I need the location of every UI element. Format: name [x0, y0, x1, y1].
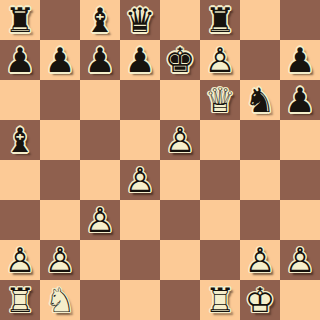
white-pawn-outline-icon: ♙	[80, 200, 120, 240]
black-pawn-icon: ♟	[80, 40, 120, 80]
square-e6[interactable]	[160, 80, 200, 120]
black-pawn-piece[interactable]: ♟	[40, 40, 80, 80]
white-pawn-piece[interactable]: ♟♙	[160, 120, 200, 160]
square-h7[interactable]: ♟	[280, 40, 320, 80]
black-pawn-piece[interactable]: ♟	[120, 40, 160, 80]
square-f8[interactable]: ♜	[200, 0, 240, 40]
square-a2[interactable]: ♟♙	[0, 240, 40, 280]
square-a4[interactable]	[0, 160, 40, 200]
black-knight-icon: ♞	[240, 80, 280, 120]
square-g8[interactable]	[240, 0, 280, 40]
square-e7[interactable]: ♚	[160, 40, 200, 80]
square-c6[interactable]	[80, 80, 120, 120]
square-b7[interactable]: ♟	[40, 40, 80, 80]
square-g2[interactable]: ♟♙	[240, 240, 280, 280]
square-a3[interactable]	[0, 200, 40, 240]
square-f7[interactable]: ♟♙	[200, 40, 240, 80]
square-a5[interactable]: ♝	[0, 120, 40, 160]
square-f2[interactable]	[200, 240, 240, 280]
square-c4[interactable]	[80, 160, 120, 200]
square-g5[interactable]	[240, 120, 280, 160]
black-queen-icon: ♛	[120, 0, 160, 40]
white-queen-piece[interactable]: ♛♕	[200, 80, 240, 120]
square-c7[interactable]: ♟	[80, 40, 120, 80]
white-pawn-outline-icon: ♙	[280, 240, 320, 280]
white-pawn-outline-icon: ♙	[120, 160, 160, 200]
black-king-piece[interactable]: ♚	[160, 40, 200, 80]
square-b2[interactable]: ♟♙	[40, 240, 80, 280]
white-pawn-piece[interactable]: ♟♙	[280, 240, 320, 280]
square-e1[interactable]	[160, 280, 200, 320]
square-b3[interactable]	[40, 200, 80, 240]
square-d1[interactable]	[120, 280, 160, 320]
square-g4[interactable]	[240, 160, 280, 200]
square-h5[interactable]	[280, 120, 320, 160]
black-king-icon: ♚	[160, 40, 200, 80]
white-rook-piece[interactable]: ♜♖	[0, 280, 40, 320]
square-c2[interactable]	[80, 240, 120, 280]
white-pawn-piece[interactable]: ♟♙	[200, 40, 240, 80]
square-a1[interactable]: ♜♖	[0, 280, 40, 320]
square-a8[interactable]: ♜	[0, 0, 40, 40]
square-h8[interactable]	[280, 0, 320, 40]
black-queen-piece[interactable]: ♛	[120, 0, 160, 40]
white-pawn-piece[interactable]: ♟♙	[40, 240, 80, 280]
square-h6[interactable]: ♟	[280, 80, 320, 120]
white-rook-outline-icon: ♖	[200, 280, 240, 320]
square-d8[interactable]: ♛	[120, 0, 160, 40]
white-pawn-piece[interactable]: ♟♙	[240, 240, 280, 280]
white-pawn-piece[interactable]: ♟♙	[80, 200, 120, 240]
white-pawn-outline-icon: ♙	[200, 40, 240, 80]
square-f4[interactable]	[200, 160, 240, 200]
white-pawn-outline-icon: ♙	[160, 120, 200, 160]
black-knight-piece[interactable]: ♞	[240, 80, 280, 120]
black-bishop-piece[interactable]: ♝	[80, 0, 120, 40]
square-c5[interactable]	[80, 120, 120, 160]
square-e4[interactable]	[160, 160, 200, 200]
white-knight-piece[interactable]: ♞♘	[40, 280, 80, 320]
square-a6[interactable]	[0, 80, 40, 120]
black-rook-piece[interactable]: ♜	[0, 0, 40, 40]
square-f3[interactable]	[200, 200, 240, 240]
square-a7[interactable]: ♟	[0, 40, 40, 80]
square-d5[interactable]	[120, 120, 160, 160]
black-rook-icon: ♜	[200, 0, 240, 40]
square-b5[interactable]	[40, 120, 80, 160]
square-c8[interactable]: ♝	[80, 0, 120, 40]
square-g1[interactable]: ♚♔	[240, 280, 280, 320]
square-b8[interactable]	[40, 0, 80, 40]
square-h1[interactable]	[280, 280, 320, 320]
black-pawn-piece[interactable]: ♟	[280, 80, 320, 120]
black-bishop-icon: ♝	[0, 120, 40, 160]
black-pawn-icon: ♟	[40, 40, 80, 80]
white-pawn-piece[interactable]: ♟♙	[0, 240, 40, 280]
square-d4[interactable]: ♟♙	[120, 160, 160, 200]
black-pawn-icon: ♟	[0, 40, 40, 80]
square-h2[interactable]: ♟♙	[280, 240, 320, 280]
black-pawn-icon: ♟	[280, 80, 320, 120]
chess-board: ♜♝♛♜♟♟♟♟♚♟♙♟♛♕♞♟♝♟♙♟♙♟♙♟♙♟♙♟♙♟♙♜♖♞♘♜♖♚♔	[0, 0, 320, 320]
black-pawn-icon: ♟	[280, 40, 320, 80]
square-f6[interactable]: ♛♕	[200, 80, 240, 120]
black-pawn-piece[interactable]: ♟	[280, 40, 320, 80]
white-pawn-outline-icon: ♙	[0, 240, 40, 280]
square-d6[interactable]	[120, 80, 160, 120]
square-b4[interactable]	[40, 160, 80, 200]
square-b1[interactable]: ♞♘	[40, 280, 80, 320]
square-g3[interactable]	[240, 200, 280, 240]
black-pawn-piece[interactable]: ♟	[0, 40, 40, 80]
white-rook-piece[interactable]: ♜♖	[200, 280, 240, 320]
white-pawn-piece[interactable]: ♟♙	[120, 160, 160, 200]
white-rook-outline-icon: ♖	[0, 280, 40, 320]
square-g6[interactable]: ♞	[240, 80, 280, 120]
square-b6[interactable]	[40, 80, 80, 120]
square-f1[interactable]: ♜♖	[200, 280, 240, 320]
square-e3[interactable]	[160, 200, 200, 240]
white-pawn-outline-icon: ♙	[40, 240, 80, 280]
white-king-outline-icon: ♔	[240, 280, 280, 320]
black-rook-icon: ♜	[0, 0, 40, 40]
black-pawn-icon: ♟	[120, 40, 160, 80]
white-pawn-outline-icon: ♙	[240, 240, 280, 280]
square-e5[interactable]: ♟♙	[160, 120, 200, 160]
square-h3[interactable]	[280, 200, 320, 240]
black-pawn-piece[interactable]: ♟	[80, 40, 120, 80]
white-queen-outline-icon: ♕	[200, 80, 240, 120]
square-d3[interactable]	[120, 200, 160, 240]
square-e2[interactable]	[160, 240, 200, 280]
black-bishop-icon: ♝	[80, 0, 120, 40]
square-g7[interactable]	[240, 40, 280, 80]
square-h4[interactable]	[280, 160, 320, 200]
black-rook-piece[interactable]: ♜	[200, 0, 240, 40]
black-bishop-piece[interactable]: ♝	[0, 120, 40, 160]
square-d2[interactable]	[120, 240, 160, 280]
white-knight-outline-icon: ♘	[40, 280, 80, 320]
square-c1[interactable]	[80, 280, 120, 320]
white-king-piece[interactable]: ♚♔	[240, 280, 280, 320]
square-c3[interactable]: ♟♙	[80, 200, 120, 240]
square-d7[interactable]: ♟	[120, 40, 160, 80]
square-e8[interactable]	[160, 0, 200, 40]
square-f5[interactable]	[200, 120, 240, 160]
